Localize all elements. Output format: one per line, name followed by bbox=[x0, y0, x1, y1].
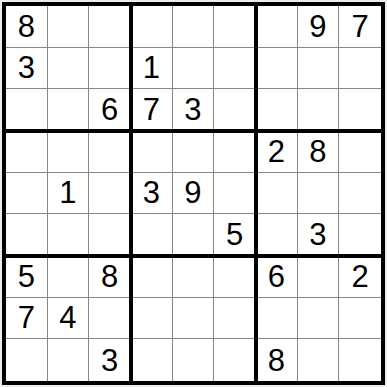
cell-r7c9[interactable]: 2 bbox=[339, 256, 381, 298]
cell-r7c8[interactable] bbox=[298, 256, 340, 298]
cell-r9c9[interactable] bbox=[339, 339, 381, 381]
cell-r3c3[interactable]: 6 bbox=[89, 89, 131, 131]
cell-r3c1[interactable] bbox=[6, 89, 48, 131]
cell-r2c8[interactable] bbox=[298, 48, 340, 90]
cell-r5c4[interactable]: 3 bbox=[131, 173, 173, 215]
cell-r1c2[interactable] bbox=[48, 6, 90, 48]
sudoku-board: 89731673281395358627438 bbox=[2, 2, 385, 385]
cell-r7c5[interactable] bbox=[173, 256, 215, 298]
cell-r7c4[interactable] bbox=[131, 256, 173, 298]
cell-r6c4[interactable] bbox=[131, 214, 173, 256]
cell-r6c2[interactable] bbox=[48, 214, 90, 256]
cell-r1c1[interactable]: 8 bbox=[6, 6, 48, 48]
cell-r4c5[interactable] bbox=[173, 131, 215, 173]
cell-r2c2[interactable] bbox=[48, 48, 90, 90]
cell-r2c9[interactable] bbox=[339, 48, 381, 90]
cell-r3c7[interactable] bbox=[256, 89, 298, 131]
cell-r3c4[interactable]: 7 bbox=[131, 89, 173, 131]
cell-r4c4[interactable] bbox=[131, 131, 173, 173]
cell-r4c3[interactable] bbox=[89, 131, 131, 173]
cell-r5c6[interactable] bbox=[214, 173, 256, 215]
cell-r4c8[interactable]: 8 bbox=[298, 131, 340, 173]
cell-r8c4[interactable] bbox=[131, 298, 173, 340]
cell-r3c5[interactable]: 3 bbox=[173, 89, 215, 131]
cell-r6c9[interactable] bbox=[339, 214, 381, 256]
cell-r5c5[interactable]: 9 bbox=[173, 173, 215, 215]
cell-r6c8[interactable]: 3 bbox=[298, 214, 340, 256]
cell-r9c8[interactable] bbox=[298, 339, 340, 381]
cell-r4c6[interactable] bbox=[214, 131, 256, 173]
cell-r2c1[interactable]: 3 bbox=[6, 48, 48, 90]
cell-r5c9[interactable] bbox=[339, 173, 381, 215]
cell-r9c2[interactable] bbox=[48, 339, 90, 381]
cell-r1c6[interactable] bbox=[214, 6, 256, 48]
cell-r9c5[interactable] bbox=[173, 339, 215, 381]
cell-r2c7[interactable] bbox=[256, 48, 298, 90]
cell-r9c6[interactable] bbox=[214, 339, 256, 381]
cell-r4c9[interactable] bbox=[339, 131, 381, 173]
cell-r1c5[interactable] bbox=[173, 6, 215, 48]
cell-r1c9[interactable]: 7 bbox=[339, 6, 381, 48]
cell-r8c5[interactable] bbox=[173, 298, 215, 340]
cell-r9c3[interactable]: 3 bbox=[89, 339, 131, 381]
cell-r9c1[interactable] bbox=[6, 339, 48, 381]
cell-r4c1[interactable] bbox=[6, 131, 48, 173]
cell-r1c3[interactable] bbox=[89, 6, 131, 48]
cell-r3c8[interactable] bbox=[298, 89, 340, 131]
cell-r8c7[interactable] bbox=[256, 298, 298, 340]
sudoku-page: 89731673281395358627438 bbox=[0, 0, 387, 387]
cell-r6c5[interactable] bbox=[173, 214, 215, 256]
cell-r6c1[interactable] bbox=[6, 214, 48, 256]
cell-r7c7[interactable]: 6 bbox=[256, 256, 298, 298]
cell-r9c4[interactable] bbox=[131, 339, 173, 381]
cell-r4c7[interactable]: 2 bbox=[256, 131, 298, 173]
cell-r1c7[interactable] bbox=[256, 6, 298, 48]
cell-r4c2[interactable] bbox=[48, 131, 90, 173]
cell-r7c6[interactable] bbox=[214, 256, 256, 298]
cell-r1c8[interactable]: 9 bbox=[298, 6, 340, 48]
cell-r8c2[interactable]: 4 bbox=[48, 298, 90, 340]
cell-r2c5[interactable] bbox=[173, 48, 215, 90]
cell-r5c3[interactable] bbox=[89, 173, 131, 215]
cell-r3c2[interactable] bbox=[48, 89, 90, 131]
cell-r8c8[interactable] bbox=[298, 298, 340, 340]
cell-r7c1[interactable]: 5 bbox=[6, 256, 48, 298]
cell-r6c3[interactable] bbox=[89, 214, 131, 256]
cell-r3c9[interactable] bbox=[339, 89, 381, 131]
cell-r1c4[interactable] bbox=[131, 6, 173, 48]
cell-r5c1[interactable] bbox=[6, 173, 48, 215]
cell-r5c2[interactable]: 1 bbox=[48, 173, 90, 215]
cell-r2c6[interactable] bbox=[214, 48, 256, 90]
cell-r2c3[interactable] bbox=[89, 48, 131, 90]
cell-r8c9[interactable] bbox=[339, 298, 381, 340]
cell-r6c7[interactable] bbox=[256, 214, 298, 256]
cell-r3c6[interactable] bbox=[214, 89, 256, 131]
cell-r8c3[interactable] bbox=[89, 298, 131, 340]
cell-r2c4[interactable]: 1 bbox=[131, 48, 173, 90]
cell-r6c6[interactable]: 5 bbox=[214, 214, 256, 256]
cell-r8c6[interactable] bbox=[214, 298, 256, 340]
cell-r5c8[interactable] bbox=[298, 173, 340, 215]
cell-r7c2[interactable] bbox=[48, 256, 90, 298]
cell-r9c7[interactable]: 8 bbox=[256, 339, 298, 381]
cell-r8c1[interactable]: 7 bbox=[6, 298, 48, 340]
cell-r7c3[interactable]: 8 bbox=[89, 256, 131, 298]
cell-r5c7[interactable] bbox=[256, 173, 298, 215]
